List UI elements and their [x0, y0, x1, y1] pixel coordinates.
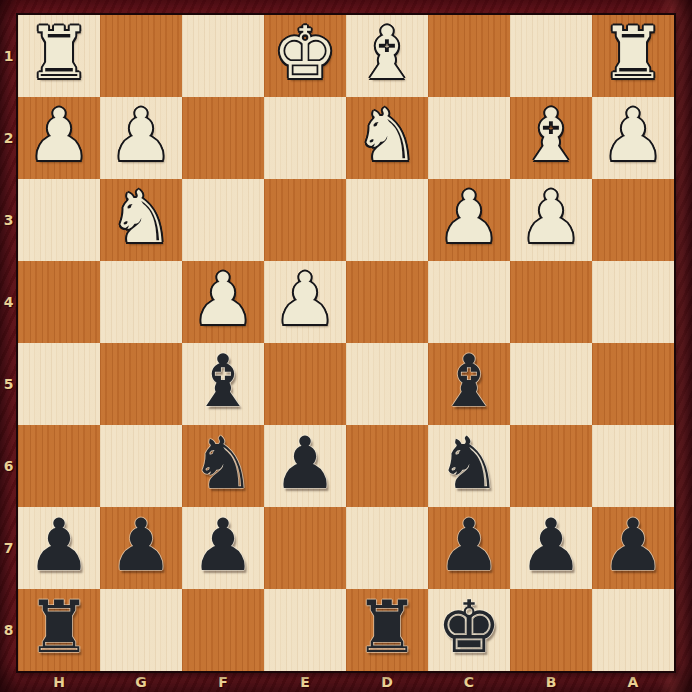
square-h1[interactable]: ♜ [18, 15, 100, 97]
file-label-h: H [18, 672, 100, 692]
square-a8[interactable] [592, 589, 674, 671]
rank-label-7: 7 [0, 507, 17, 589]
square-h7[interactable]: ♟ [18, 507, 100, 589]
black-pawn-h7[interactable]: ♟ [27, 509, 92, 581]
square-d6[interactable] [346, 425, 428, 507]
square-f2[interactable] [182, 97, 264, 179]
white-knight-d2[interactable]: ♞ [355, 99, 420, 171]
rank-label-6: 6 [0, 425, 17, 507]
square-g5[interactable] [100, 343, 182, 425]
rank-label-3: 3 [0, 179, 17, 261]
square-d7[interactable] [346, 507, 428, 589]
square-d1[interactable]: ♝ [346, 15, 428, 97]
black-knight-f6[interactable]: ♞ [191, 427, 256, 499]
square-g8[interactable] [100, 589, 182, 671]
square-d8[interactable]: ♜ [346, 589, 428, 671]
square-e3[interactable] [264, 179, 346, 261]
square-b8[interactable] [510, 589, 592, 671]
square-f1[interactable] [182, 15, 264, 97]
square-b4[interactable] [510, 261, 592, 343]
square-c5[interactable]: ♝ [428, 343, 510, 425]
square-g4[interactable] [100, 261, 182, 343]
square-h3[interactable] [18, 179, 100, 261]
square-f8[interactable] [182, 589, 264, 671]
square-a6[interactable] [592, 425, 674, 507]
black-pawn-f7[interactable]: ♟ [191, 509, 256, 581]
white-pawn-b3[interactable]: ♟ [519, 181, 584, 253]
square-b2[interactable]: ♝ [510, 97, 592, 179]
square-f6[interactable]: ♞ [182, 425, 264, 507]
black-pawn-b7[interactable]: ♟ [519, 509, 584, 581]
square-f5[interactable]: ♝ [182, 343, 264, 425]
white-knight-g3[interactable]: ♞ [109, 181, 174, 253]
square-h4[interactable] [18, 261, 100, 343]
file-label-g: G [100, 672, 182, 692]
square-b6[interactable] [510, 425, 592, 507]
black-pawn-c7[interactable]: ♟ [437, 509, 502, 581]
square-c3[interactable]: ♟ [428, 179, 510, 261]
square-a1[interactable]: ♜ [592, 15, 674, 97]
square-a7[interactable]: ♟ [592, 507, 674, 589]
square-c7[interactable]: ♟ [428, 507, 510, 589]
square-c4[interactable] [428, 261, 510, 343]
square-e6[interactable]: ♟ [264, 425, 346, 507]
white-pawn-a2[interactable]: ♟ [601, 99, 666, 171]
black-bishop-c5[interactable]: ♝ [437, 345, 502, 417]
square-d2[interactable]: ♞ [346, 97, 428, 179]
file-label-d: D [346, 672, 428, 692]
file-label-b: B [510, 672, 592, 692]
square-a4[interactable] [592, 261, 674, 343]
square-f4[interactable]: ♟ [182, 261, 264, 343]
square-e7[interactable] [264, 507, 346, 589]
black-pawn-g7[interactable]: ♟ [109, 509, 174, 581]
square-a2[interactable]: ♟ [592, 97, 674, 179]
square-c1[interactable] [428, 15, 510, 97]
white-pawn-f4[interactable]: ♟ [191, 263, 256, 335]
square-a3[interactable] [592, 179, 674, 261]
rank-label-2: 2 [0, 97, 17, 179]
square-d3[interactable] [346, 179, 428, 261]
square-d5[interactable] [346, 343, 428, 425]
square-e1[interactable]: ♚ [264, 15, 346, 97]
file-label-e: E [264, 672, 346, 692]
square-e4[interactable]: ♟ [264, 261, 346, 343]
square-f7[interactable]: ♟ [182, 507, 264, 589]
square-g7[interactable]: ♟ [100, 507, 182, 589]
square-h6[interactable] [18, 425, 100, 507]
file-label-f: F [182, 672, 264, 692]
white-pawn-e4[interactable]: ♟ [273, 263, 338, 335]
white-rook-h1[interactable]: ♜ [27, 17, 92, 89]
square-d4[interactable] [346, 261, 428, 343]
square-b1[interactable] [510, 15, 592, 97]
square-f3[interactable] [182, 179, 264, 261]
square-b3[interactable]: ♟ [510, 179, 592, 261]
square-c2[interactable] [428, 97, 510, 179]
black-rook-h8[interactable]: ♜ [27, 591, 92, 663]
white-bishop-b2[interactable]: ♝ [519, 99, 584, 171]
square-b5[interactable] [510, 343, 592, 425]
square-h5[interactable] [18, 343, 100, 425]
white-rook-a1[interactable]: ♜ [601, 17, 666, 89]
square-h8[interactable]: ♜ [18, 589, 100, 671]
black-bishop-f5[interactable]: ♝ [191, 345, 256, 417]
square-e5[interactable] [264, 343, 346, 425]
chess-board-frame: 12345678 HGFEDCBA ♜♚♝♜♟♟♞♝♟♞♟♟♟♟♝♝♞♟♞♟♟♟… [0, 0, 692, 692]
black-pawn-a7[interactable]: ♟ [601, 509, 666, 581]
square-c8[interactable]: ♚ [428, 589, 510, 671]
white-pawn-g2[interactable]: ♟ [109, 99, 174, 171]
square-e8[interactable] [264, 589, 346, 671]
white-king-e1[interactable]: ♚ [273, 17, 338, 89]
white-pawn-h2[interactable]: ♟ [27, 99, 92, 171]
square-g2[interactable]: ♟ [100, 97, 182, 179]
square-h2[interactable]: ♟ [18, 97, 100, 179]
square-e2[interactable] [264, 97, 346, 179]
white-bishop-d1[interactable]: ♝ [355, 17, 420, 89]
square-c6[interactable]: ♞ [428, 425, 510, 507]
black-pawn-e6[interactable]: ♟ [273, 427, 338, 499]
rank-label-5: 5 [0, 343, 17, 425]
file-label-a: A [592, 672, 674, 692]
black-knight-c6[interactable]: ♞ [437, 427, 502, 499]
file-label-c: C [428, 672, 510, 692]
rank-label-4: 4 [0, 261, 17, 343]
square-g1[interactable] [100, 15, 182, 97]
square-b7[interactable]: ♟ [510, 507, 592, 589]
square-g3[interactable]: ♞ [100, 179, 182, 261]
chess-board: ♜♚♝♜♟♟♞♝♟♞♟♟♟♟♝♝♞♟♞♟♟♟♟♟♟♜♜♚ [16, 13, 676, 673]
square-a5[interactable] [592, 343, 674, 425]
square-g6[interactable] [100, 425, 182, 507]
black-king-c8[interactable]: ♚ [437, 591, 502, 663]
black-rook-d8[interactable]: ♜ [355, 591, 420, 663]
rank-label-8: 8 [0, 589, 17, 671]
rank-label-1: 1 [0, 15, 17, 97]
white-pawn-c3[interactable]: ♟ [437, 181, 502, 253]
